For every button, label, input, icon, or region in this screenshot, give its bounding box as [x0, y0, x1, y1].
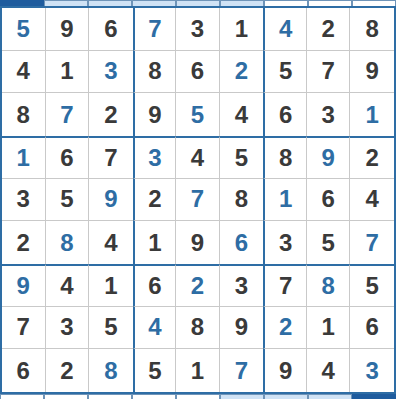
cell-digit: 3 [17, 185, 30, 213]
cell-digit: 5 [279, 57, 292, 85]
cell-r8c1[interactable]: 7 [2, 307, 46, 350]
cell-digit: 4 [60, 272, 73, 300]
cell-digit: 9 [366, 57, 379, 85]
cell-r2c7[interactable]: 5 [263, 51, 307, 94]
cell-digit: 5 [191, 101, 204, 129]
cell-r3c8[interactable]: 3 [307, 93, 351, 136]
cell-r9c5[interactable]: 1 [176, 349, 220, 392]
cell-digit: 2 [321, 15, 334, 43]
bottom-toolbar [0, 394, 396, 399]
cell-digit: 9 [60, 15, 73, 43]
cell-r1c7[interactable]: 4 [263, 8, 307, 51]
cell-digit: 1 [104, 272, 117, 300]
cell-r9c8[interactable]: 4 [307, 349, 351, 392]
cell-r5c9[interactable]: 4 [350, 179, 394, 222]
cell-digit: 1 [321, 313, 334, 341]
cell-r6c8[interactable]: 5 [307, 221, 351, 264]
cell-digit: 8 [235, 185, 248, 213]
cell-r2c6[interactable]: 2 [220, 51, 264, 94]
cell-digit: 6 [366, 313, 379, 341]
cell-digit: 6 [104, 15, 117, 43]
cell-digit: 5 [321, 229, 334, 257]
cell-digit: 1 [191, 357, 204, 385]
cell-digit: 2 [235, 57, 248, 85]
cell-digit: 7 [148, 15, 161, 43]
cell-digit: 6 [321, 185, 334, 213]
top-bar-segment-4[interactable] [132, 0, 176, 6]
cell-digit: 9 [279, 357, 292, 385]
cell-r3c6[interactable]: 4 [220, 93, 264, 136]
cell-digit: 8 [321, 272, 334, 300]
top-bar-segment-5[interactable] [176, 0, 220, 6]
cell-r3c1[interactable]: 8 [2, 93, 46, 136]
cell-r5c2[interactable]: 5 [46, 179, 90, 222]
cell-digit: 9 [235, 313, 248, 341]
sudoku-screen: 5967314284138625798729546311673458923592… [0, 0, 400, 399]
cell-digit: 7 [60, 101, 73, 129]
cell-r4c2[interactable]: 6 [46, 136, 90, 179]
cell-r7c4[interactable]: 6 [133, 264, 177, 307]
cell-r2c8[interactable]: 7 [307, 51, 351, 94]
cell-r9c3[interactable]: 8 [89, 349, 133, 392]
cell-digit: 6 [191, 57, 204, 85]
cell-r3c4[interactable]: 9 [133, 93, 177, 136]
cell-r7c8[interactable]: 8 [307, 264, 351, 307]
cell-r5c4[interactable]: 2 [133, 179, 177, 222]
cell-digit: 3 [148, 144, 161, 172]
cell-r3c9[interactable]: 1 [350, 93, 394, 136]
cell-r1c3[interactable]: 6 [89, 8, 133, 51]
cell-r1c2[interactable]: 9 [46, 8, 90, 51]
cell-digit: 3 [104, 57, 117, 85]
cell-digit: 1 [235, 15, 248, 43]
cell-digit: 9 [148, 101, 161, 129]
cell-digit: 7 [366, 229, 379, 257]
cell-digit: 9 [104, 185, 117, 213]
cell-r8c7[interactable]: 2 [263, 307, 307, 350]
cell-r1c1[interactable]: 5 [2, 8, 46, 51]
cell-digit: 7 [235, 357, 248, 385]
cell-digit: 1 [148, 229, 161, 257]
cell-r7c7[interactable]: 7 [263, 264, 307, 307]
cell-r7c3[interactable]: 1 [89, 264, 133, 307]
cell-r6c4[interactable]: 1 [133, 221, 177, 264]
cell-digit: 6 [17, 357, 30, 385]
cell-r3c2[interactable]: 7 [46, 93, 90, 136]
cell-digit: 5 [148, 357, 161, 385]
cell-r4c1[interactable]: 1 [2, 136, 46, 179]
cell-digit: 3 [235, 272, 248, 300]
cell-r5c7[interactable]: 1 [263, 179, 307, 222]
bottom-bar-segment-3[interactable] [88, 394, 132, 399]
cell-digit: 3 [60, 313, 73, 341]
cell-r4c3[interactable]: 7 [89, 136, 133, 179]
cell-digit: 9 [321, 144, 334, 172]
cell-digit: 8 [279, 144, 292, 172]
cell-r4c7[interactable]: 8 [263, 136, 307, 179]
cell-digit: 7 [104, 144, 117, 172]
cell-digit: 4 [235, 101, 248, 129]
cell-r7c6[interactable]: 3 [220, 264, 264, 307]
cell-r5c8[interactable]: 6 [307, 179, 351, 222]
sudoku-grid: 5967314284138625798729546311673458923592… [0, 6, 396, 394]
cell-r1c8[interactable]: 2 [307, 8, 351, 51]
cell-digit: 2 [191, 272, 204, 300]
cell-r7c9[interactable]: 5 [350, 264, 394, 307]
cell-digit: 3 [366, 357, 379, 385]
cell-r3c5[interactable]: 5 [176, 93, 220, 136]
cell-digit: 1 [366, 101, 379, 129]
cell-digit: 1 [60, 57, 73, 85]
top-bar-segment-6[interactable] [220, 0, 264, 6]
cell-r4c8[interactable]: 9 [307, 136, 351, 179]
top-bar-segment-8[interactable] [308, 0, 352, 6]
top-number-bar [0, 0, 396, 6]
cell-r4c4[interactable]: 3 [133, 136, 177, 179]
cell-r1c6[interactable]: 1 [220, 8, 264, 51]
cell-digit: 8 [366, 15, 379, 43]
cell-r3c7[interactable]: 6 [263, 93, 307, 136]
cell-digit: 8 [148, 57, 161, 85]
cell-r8c9[interactable]: 6 [350, 307, 394, 350]
cell-r9c4[interactable]: 5 [133, 349, 177, 392]
cell-digit: 4 [279, 15, 292, 43]
cell-digit: 5 [60, 185, 73, 213]
cell-r3c3[interactable]: 2 [89, 93, 133, 136]
cell-r6c5[interactable]: 9 [176, 221, 220, 264]
cell-r1c4[interactable]: 7 [133, 8, 177, 51]
cell-digit: 2 [17, 229, 30, 257]
cell-digit: 5 [235, 144, 248, 172]
bottom-bar-segment-1[interactable] [0, 394, 44, 399]
cell-digit: 4 [17, 57, 30, 85]
cell-r6c2[interactable]: 8 [46, 221, 90, 264]
cell-r8c6[interactable]: 9 [220, 307, 264, 350]
cell-digit: 5 [17, 15, 30, 43]
cell-r6c7[interactable]: 3 [263, 221, 307, 264]
cell-digit: 8 [104, 357, 117, 385]
cell-r7c5[interactable]: 2 [176, 264, 220, 307]
cell-r7c1[interactable]: 9 [2, 264, 46, 307]
top-bar-segment-1[interactable] [0, 0, 44, 6]
cell-r6c9[interactable]: 7 [350, 221, 394, 264]
cell-digit: 8 [60, 229, 73, 257]
cell-digit: 6 [235, 229, 248, 257]
cell-digit: 4 [104, 229, 117, 257]
cell-digit: 4 [191, 144, 204, 172]
cell-r2c1[interactable]: 4 [2, 51, 46, 94]
bottom-bar-segment-9[interactable] [352, 394, 396, 399]
cell-r5c3[interactable]: 9 [89, 179, 133, 222]
cell-r2c2[interactable]: 1 [46, 51, 90, 94]
cell-digit: 8 [191, 313, 204, 341]
cell-r2c9[interactable]: 9 [350, 51, 394, 94]
cell-digit: 4 [366, 185, 379, 213]
cell-digit: 2 [279, 313, 292, 341]
cell-r5c5[interactable]: 7 [176, 179, 220, 222]
bottom-bar-segment-8[interactable] [308, 394, 352, 399]
cell-digit: 2 [366, 144, 379, 172]
cell-r6c3[interactable]: 4 [89, 221, 133, 264]
cell-r5c6[interactable]: 8 [220, 179, 264, 222]
cell-r5c1[interactable]: 3 [2, 179, 46, 222]
cell-digit: 3 [279, 229, 292, 257]
cell-digit: 9 [191, 229, 204, 257]
cell-r8c4[interactable]: 4 [133, 307, 177, 350]
cell-digit: 2 [148, 185, 161, 213]
bottom-bar-segment-2[interactable] [44, 394, 88, 399]
cell-r6c1[interactable]: 2 [2, 221, 46, 264]
bottom-bar-segment-6[interactable] [220, 394, 264, 399]
cell-r9c9[interactable]: 3 [350, 349, 394, 392]
cell-r2c5[interactable]: 6 [176, 51, 220, 94]
cell-r6c6[interactable]: 6 [220, 221, 264, 264]
cell-digit: 1 [279, 185, 292, 213]
cell-digit: 5 [104, 313, 117, 341]
cell-digit: 6 [279, 101, 292, 129]
cell-r2c3[interactable]: 3 [89, 51, 133, 94]
cell-digit: 2 [60, 357, 73, 385]
cell-r8c5[interactable]: 8 [176, 307, 220, 350]
cell-digit: 3 [321, 101, 334, 129]
cell-digit: 2 [104, 101, 117, 129]
cell-digit: 9 [17, 272, 30, 300]
cell-digit: 7 [17, 313, 30, 341]
cell-digit: 1 [17, 144, 30, 172]
cell-digit: 5 [366, 272, 379, 300]
bottom-bar-segment-5[interactable] [176, 394, 220, 399]
cell-r4c6[interactable]: 5 [220, 136, 264, 179]
cell-digit: 3 [191, 15, 204, 43]
cell-digit: 4 [321, 357, 334, 385]
cell-r2c4[interactable]: 8 [133, 51, 177, 94]
cell-r1c9[interactable]: 8 [350, 8, 394, 51]
cell-r4c5[interactable]: 4 [176, 136, 220, 179]
cell-r7c2[interactable]: 4 [46, 264, 90, 307]
cell-r9c2[interactable]: 2 [46, 349, 90, 392]
cell-r9c1[interactable]: 6 [2, 349, 46, 392]
cell-r9c7[interactable]: 9 [263, 349, 307, 392]
cell-digit: 7 [191, 185, 204, 213]
cell-digit: 4 [148, 313, 161, 341]
bottom-bar-segment-7[interactable] [264, 394, 308, 399]
cell-r1c5[interactable]: 3 [176, 8, 220, 51]
cell-r8c2[interactable]: 3 [46, 307, 90, 350]
cell-digit: 6 [148, 272, 161, 300]
top-bar-segment-3[interactable] [88, 0, 132, 6]
top-bar-segment-2[interactable] [44, 0, 88, 6]
cell-digit: 8 [17, 101, 30, 129]
cell-r9c6[interactable]: 7 [220, 349, 264, 392]
top-bar-segment-9[interactable] [352, 0, 396, 6]
bottom-bar-segment-4[interactable] [132, 394, 176, 399]
cell-digit: 7 [321, 57, 334, 85]
top-bar-segment-7[interactable] [264, 0, 308, 6]
cell-r8c3[interactable]: 5 [89, 307, 133, 350]
cell-r8c8[interactable]: 1 [307, 307, 351, 350]
cell-r4c9[interactable]: 2 [350, 136, 394, 179]
cell-digit: 6 [60, 144, 73, 172]
cell-digit: 7 [279, 272, 292, 300]
